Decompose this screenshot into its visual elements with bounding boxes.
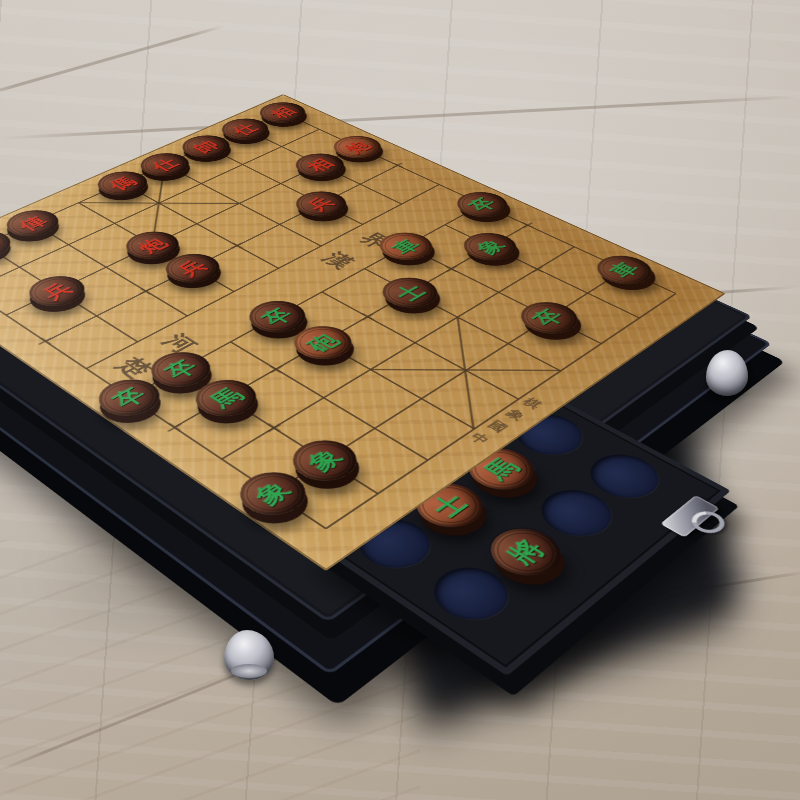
- piece-character: 傌: [105, 175, 140, 192]
- river-char: 河: [153, 329, 205, 359]
- piece-character: 卒: [529, 307, 569, 329]
- piece-character: 俥: [14, 214, 50, 232]
- piece-character: 炮: [134, 236, 171, 255]
- piece-character: 帥: [189, 139, 222, 155]
- brand-char: 象: [502, 407, 529, 424]
- piece-character: 相: [303, 157, 337, 173]
- piece-character: 兵: [38, 280, 77, 301]
- perspective-stage: 士馬將 楚河 漢界 中國象棋 相仕帥仕傌俥傌相炮炮兵兵兵卒車卒卒卒象士砲馬車卒象…: [0, 0, 800, 800]
- piece-character: 砲: [302, 331, 343, 354]
- point-marker: [34, 335, 56, 348]
- point-marker: [262, 421, 286, 436]
- piece-character: 兵: [303, 195, 338, 213]
- piece-character: 仕: [148, 156, 182, 172]
- piece-character: 卒: [257, 306, 297, 328]
- piece-character: 卒: [465, 196, 500, 214]
- pieces-layer: 相仕帥仕傌俥傌相炮炮兵兵兵卒車卒卒卒象士砲馬車卒象象: [0, 94, 283, 267]
- piece-character: 士: [391, 282, 430, 303]
- green-piece-象[interactable]: 象: [280, 432, 370, 489]
- piece-character: 馬: [205, 385, 248, 411]
- piece-character: 象: [302, 446, 347, 474]
- brand-char: 棋: [519, 395, 546, 411]
- piece-character: 將: [502, 536, 549, 568]
- point-marker: [47, 285, 68, 297]
- piece-character: 相: [267, 105, 299, 119]
- piece-character: 卒: [160, 357, 201, 381]
- river-char: 漢: [314, 248, 362, 273]
- piece-character: 車: [605, 260, 643, 280]
- piece-character: 車: [387, 237, 424, 256]
- point-marker: [357, 311, 379, 323]
- photo-scene: 士馬將 楚河 漢界 中國象棋 相仕帥仕傌俥傌相炮炮兵兵兵卒車卒卒卒象士砲馬車卒象…: [0, 0, 800, 800]
- green-piece-卒[interactable]: 卒: [238, 295, 317, 339]
- green-piece-卒[interactable]: 卒: [509, 296, 588, 340]
- brand-char: 中: [466, 430, 493, 447]
- point-marker: [135, 285, 156, 297]
- piece-character: 炮: [341, 139, 374, 155]
- piece-character: 卒: [108, 385, 151, 411]
- piece-character: 兵: [173, 258, 211, 278]
- brand-char: 國: [484, 418, 511, 435]
- piece-character: 傌: [0, 235, 2, 254]
- xiangqi-set: 士馬將 楚河 漢界 中國象棋 相仕帥仕傌俥傌相炮炮兵兵兵卒車卒卒卒象士砲馬車卒象…: [0, 94, 726, 571]
- green-piece-砲[interactable]: 砲: [282, 320, 363, 366]
- green-piece-馬[interactable]: 馬: [184, 373, 269, 424]
- point-marker: [162, 420, 186, 435]
- river-label-chu-he: 楚河: [108, 329, 205, 384]
- piece-character: 象: [249, 478, 295, 508]
- piece-character: 仕: [229, 122, 262, 137]
- drawer-latch-icon[interactable]: [660, 495, 720, 538]
- piece-character: 象: [472, 237, 509, 256]
- claw-foot-icon: [706, 350, 748, 396]
- point-marker: [264, 363, 287, 377]
- green-piece-卒[interactable]: 卒: [139, 345, 222, 394]
- river-char: 楚: [107, 353, 161, 384]
